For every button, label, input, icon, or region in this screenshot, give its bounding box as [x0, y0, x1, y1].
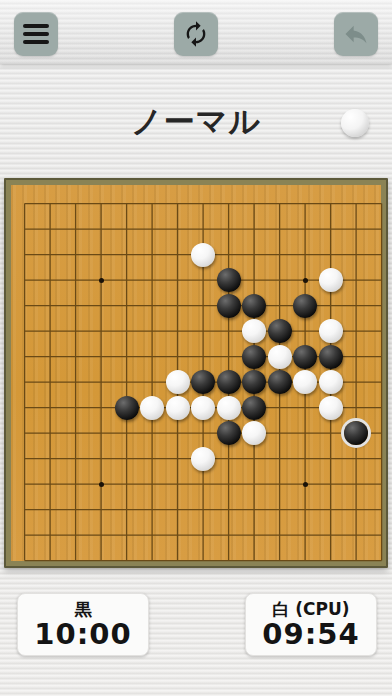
board-grid[interactable]	[24, 203, 382, 561]
stone-black	[191, 370, 215, 394]
stone-black	[217, 268, 241, 292]
goban-board[interactable]	[4, 178, 388, 568]
header-bar	[0, 0, 392, 64]
stone-white	[140, 396, 164, 420]
undo-arrow-icon	[342, 20, 370, 48]
stone-black	[319, 345, 343, 369]
stone-black	[217, 370, 241, 394]
undo-button[interactable]	[334, 12, 378, 56]
stone-white	[242, 319, 266, 343]
stone-white	[268, 345, 292, 369]
stone-white	[319, 268, 343, 292]
black-clock-time: 10:00	[34, 619, 131, 649]
stone-white	[166, 370, 190, 394]
stone-black	[242, 370, 266, 394]
stone-white	[319, 396, 343, 420]
stone-white	[191, 447, 215, 471]
refresh-icon	[182, 20, 210, 48]
star-point	[99, 278, 104, 283]
stone-white	[191, 243, 215, 267]
stone-white	[293, 370, 317, 394]
board-frame	[6, 180, 386, 566]
stone-black	[242, 396, 266, 420]
app-screen: ノーマル 黒 10:00 白 (CPU) 09:54	[0, 0, 392, 696]
turn-indicator-white-stone	[341, 109, 369, 137]
stone-white	[319, 370, 343, 394]
stone-black	[217, 421, 241, 445]
black-clock: 黒 10:00	[17, 593, 149, 656]
stone-black	[217, 294, 241, 318]
stone-black	[115, 396, 139, 420]
stone-black	[293, 345, 317, 369]
white-clock: 白 (CPU) 09:54	[245, 593, 377, 656]
stone-white	[242, 421, 266, 445]
star-point	[99, 482, 104, 487]
stone-black	[293, 294, 317, 318]
stone-black	[268, 370, 292, 394]
stone-white	[217, 396, 241, 420]
menu-button[interactable]	[14, 12, 58, 56]
stone-black	[242, 294, 266, 318]
stone-white	[166, 396, 190, 420]
stone-black-last-move	[344, 421, 368, 445]
mode-title: ノーマル	[0, 101, 392, 143]
star-point	[303, 278, 308, 283]
hamburger-icon	[23, 24, 49, 44]
restart-button[interactable]	[174, 12, 218, 56]
stone-black	[268, 319, 292, 343]
stone-white	[319, 319, 343, 343]
star-point	[303, 482, 308, 487]
stone-black	[242, 345, 266, 369]
stone-white	[191, 396, 215, 420]
white-clock-time: 09:54	[262, 619, 359, 649]
